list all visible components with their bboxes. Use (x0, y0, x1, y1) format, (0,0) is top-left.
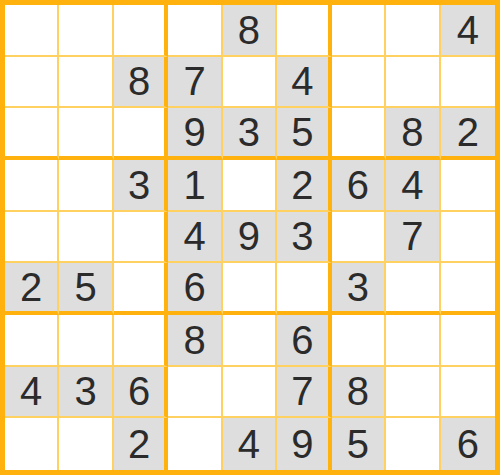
cell-r4c3: 3 (114, 160, 168, 212)
cell-r7c9[interactable] (441, 315, 495, 367)
cell-r1c6[interactable] (277, 5, 331, 57)
cell-r4c4: 1 (168, 160, 222, 212)
cell-r6c2: 5 (59, 263, 113, 315)
cell-r5c3[interactable] (114, 212, 168, 264)
cell-r1c4[interactable] (168, 5, 222, 57)
cell-r4c8: 4 (386, 160, 440, 212)
cell-r3c8: 8 (386, 108, 440, 160)
cell-r4c1[interactable] (5, 160, 59, 212)
cell-r9c7: 5 (332, 418, 386, 470)
cell-r9c6: 9 (277, 418, 331, 470)
cell-r2c1[interactable] (5, 57, 59, 109)
cell-r6c3[interactable] (114, 263, 168, 315)
cell-r9c5: 4 (223, 418, 277, 470)
cell-r7c4: 8 (168, 315, 222, 367)
cell-r9c9: 6 (441, 418, 495, 470)
cell-r8c4[interactable] (168, 367, 222, 419)
cell-r8c5[interactable] (223, 367, 277, 419)
cell-r6c1: 2 (5, 263, 59, 315)
cell-r7c2[interactable] (59, 315, 113, 367)
cell-r1c9: 4 (441, 5, 495, 57)
cell-r6c7: 3 (332, 263, 386, 315)
cell-r2c7[interactable] (332, 57, 386, 109)
cell-r7c1[interactable] (5, 315, 59, 367)
cell-r6c4: 6 (168, 263, 222, 315)
cell-r1c1[interactable] (5, 5, 59, 57)
cell-r9c4[interactable] (168, 418, 222, 470)
cell-r5c4: 4 (168, 212, 222, 264)
cell-r5c7[interactable] (332, 212, 386, 264)
cell-r9c2[interactable] (59, 418, 113, 470)
cell-r3c3[interactable] (114, 108, 168, 160)
cell-r7c5[interactable] (223, 315, 277, 367)
cell-r1c7[interactable] (332, 5, 386, 57)
cell-r3c2[interactable] (59, 108, 113, 160)
cell-r3c4: 9 (168, 108, 222, 160)
cell-r8c7: 8 (332, 367, 386, 419)
cell-r9c8[interactable] (386, 418, 440, 470)
cell-r5c2[interactable] (59, 212, 113, 264)
cell-r4c7: 6 (332, 160, 386, 212)
cell-r5c5: 9 (223, 212, 277, 264)
cell-r7c7[interactable] (332, 315, 386, 367)
cell-r4c6: 2 (277, 160, 331, 212)
cell-r8c9[interactable] (441, 367, 495, 419)
cell-r7c3[interactable] (114, 315, 168, 367)
cell-r2c8[interactable] (386, 57, 440, 109)
cell-r3c9: 2 (441, 108, 495, 160)
cell-r2c9[interactable] (441, 57, 495, 109)
cell-r6c9[interactable] (441, 263, 495, 315)
cell-r8c6: 7 (277, 367, 331, 419)
cell-r3c1[interactable] (5, 108, 59, 160)
cell-r2c4: 7 (168, 57, 222, 109)
cell-r1c3[interactable] (114, 5, 168, 57)
cell-r4c5[interactable] (223, 160, 277, 212)
cell-r2c5[interactable] (223, 57, 277, 109)
cell-r3c7[interactable] (332, 108, 386, 160)
cell-r1c5: 8 (223, 5, 277, 57)
cell-r9c1[interactable] (5, 418, 59, 470)
cell-r5c9[interactable] (441, 212, 495, 264)
cell-r2c3: 8 (114, 57, 168, 109)
cell-r7c6: 6 (277, 315, 331, 367)
cell-r5c8: 7 (386, 212, 440, 264)
cell-r3c6: 5 (277, 108, 331, 160)
cell-r6c6[interactable] (277, 263, 331, 315)
cell-r5c1[interactable] (5, 212, 59, 264)
cell-r4c2[interactable] (59, 160, 113, 212)
cell-r1c8[interactable] (386, 5, 440, 57)
cell-r8c3: 6 (114, 367, 168, 419)
cell-r8c1: 4 (5, 367, 59, 419)
cell-r3c5: 3 (223, 108, 277, 160)
cell-r5c6: 3 (277, 212, 331, 264)
cell-r2c2[interactable] (59, 57, 113, 109)
cell-r1c2[interactable] (59, 5, 113, 57)
cell-r7c8[interactable] (386, 315, 440, 367)
cell-r9c3: 2 (114, 418, 168, 470)
cell-r4c9[interactable] (441, 160, 495, 212)
cell-r6c8[interactable] (386, 263, 440, 315)
cell-r2c6: 4 (277, 57, 331, 109)
cell-r8c2: 3 (59, 367, 113, 419)
cell-r6c5[interactable] (223, 263, 277, 315)
cell-r8c8[interactable] (386, 367, 440, 419)
sudoku-board: 84874935823126449372563864367824956 (0, 0, 500, 475)
